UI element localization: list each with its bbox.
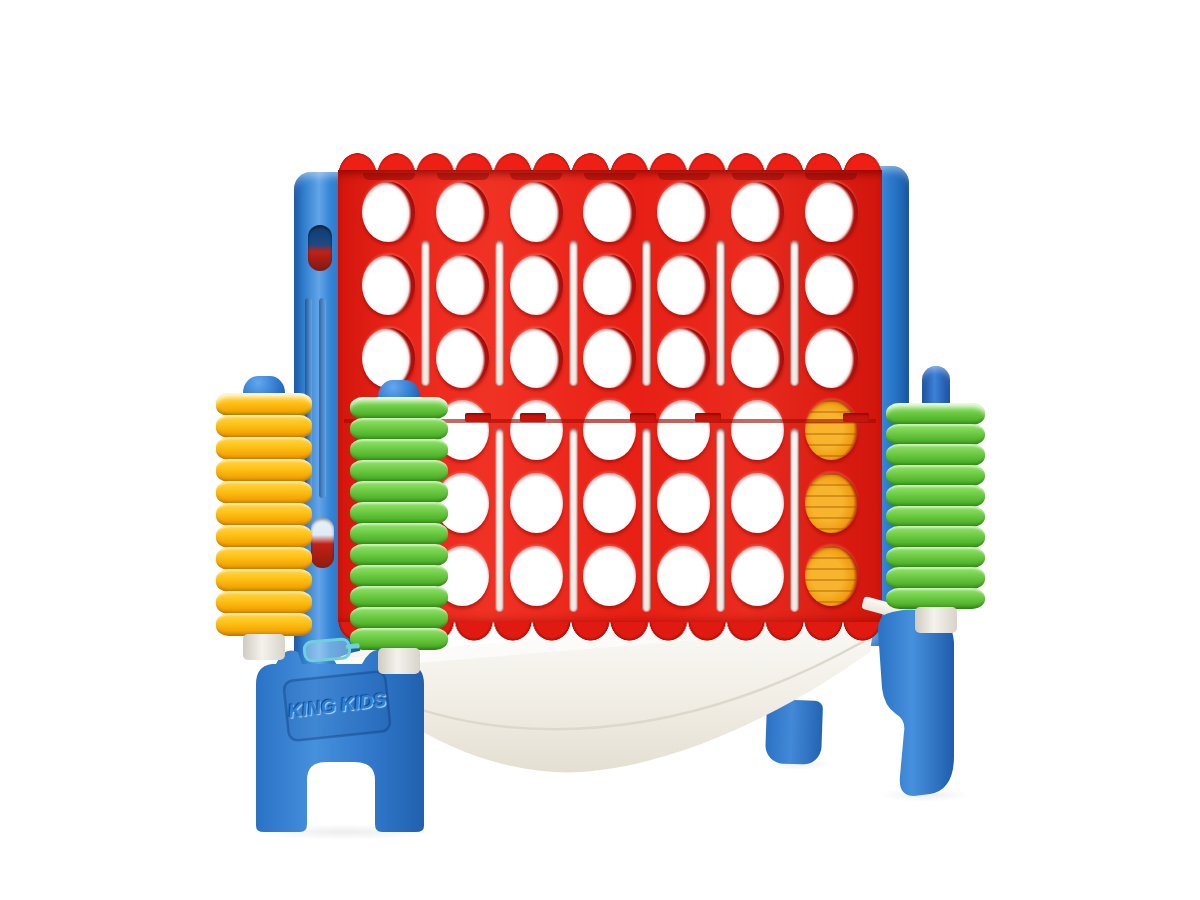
green-disc bbox=[350, 439, 448, 461]
hole-empty bbox=[436, 328, 489, 388]
drop-slot-shadow bbox=[732, 173, 784, 180]
hole-empty bbox=[362, 328, 415, 388]
board-cell-r3c5 bbox=[647, 321, 721, 394]
board-cell-r2c1 bbox=[352, 249, 426, 322]
board-cell-r4c4 bbox=[573, 394, 647, 467]
hole-empty bbox=[731, 546, 784, 606]
board-cell-r1c5 bbox=[647, 176, 721, 249]
column-slit bbox=[421, 240, 430, 386]
handle-cutout bbox=[308, 225, 332, 271]
drop-slot-shadow bbox=[510, 173, 562, 180]
board-cell-r4c3 bbox=[499, 394, 573, 467]
green-disc bbox=[350, 628, 448, 650]
column-slit bbox=[790, 428, 799, 612]
green-disc bbox=[886, 506, 985, 528]
board-cell-r3c4 bbox=[573, 321, 647, 394]
hole-empty bbox=[362, 255, 415, 315]
board-cell-r5c4 bbox=[573, 467, 647, 540]
storage-post-base bbox=[378, 648, 420, 674]
disc-stack-yellow bbox=[216, 376, 312, 660]
hole-empty bbox=[805, 182, 858, 242]
right-leg-body bbox=[878, 609, 954, 796]
hole-empty bbox=[805, 473, 858, 533]
column-slit bbox=[642, 240, 651, 386]
column-slit bbox=[716, 240, 725, 386]
board-cell-r5c6 bbox=[721, 467, 795, 540]
board-cell-r6c4 bbox=[573, 539, 647, 612]
drop-slot-shadow bbox=[584, 173, 636, 180]
board-cell-r1c6 bbox=[721, 176, 795, 249]
hole-empty bbox=[731, 473, 784, 533]
board-cell-r6c7 bbox=[794, 539, 868, 612]
product-photo-stage: KING KIDS bbox=[0, 0, 1200, 900]
yellow-disc bbox=[216, 503, 312, 526]
board-cell-r3c3 bbox=[499, 321, 573, 394]
drop-slot-shadow bbox=[437, 173, 489, 180]
green-disc bbox=[886, 424, 985, 446]
board-cell-r2c6 bbox=[721, 249, 795, 322]
hole-empty bbox=[657, 182, 710, 242]
yellow-disc bbox=[216, 393, 312, 416]
seam-tab bbox=[843, 413, 869, 422]
hole-empty bbox=[583, 328, 636, 388]
lower-cutout bbox=[311, 518, 334, 568]
green-disc bbox=[350, 397, 448, 419]
seam-tab bbox=[465, 413, 491, 422]
hole-empty bbox=[657, 255, 710, 315]
hole-empty bbox=[510, 328, 563, 388]
board-cell-r2c2 bbox=[426, 249, 500, 322]
board-cell-r5c7 bbox=[794, 467, 868, 540]
yellow-disc bbox=[216, 459, 312, 482]
board-cell-r2c7 bbox=[794, 249, 868, 322]
green-disc bbox=[886, 547, 985, 569]
board-cell-r1c2 bbox=[426, 176, 500, 249]
hole-empty bbox=[436, 182, 489, 242]
hole-empty bbox=[510, 473, 563, 533]
drop-slot-shadow bbox=[363, 173, 415, 180]
board-cell-r6c5 bbox=[647, 539, 721, 612]
seam-tab bbox=[630, 413, 656, 422]
green-disc bbox=[886, 465, 985, 487]
hole-empty bbox=[805, 255, 858, 315]
hole-empty bbox=[805, 328, 858, 388]
storage-post-base bbox=[243, 634, 285, 660]
column-slit bbox=[716, 428, 725, 612]
seam-tab bbox=[520, 413, 546, 422]
board-cell-r3c6 bbox=[721, 321, 795, 394]
hole-empty bbox=[731, 400, 784, 460]
board-cell-r6c6 bbox=[721, 539, 795, 612]
hole-empty bbox=[362, 182, 415, 242]
yellow-disc bbox=[216, 569, 312, 592]
green-disc bbox=[886, 444, 985, 466]
disc-stack-green-right bbox=[886, 366, 985, 633]
green-disc bbox=[350, 460, 448, 482]
board-cell-r3c7 bbox=[794, 321, 868, 394]
hole-empty bbox=[657, 400, 710, 460]
green-disc bbox=[350, 586, 448, 608]
seam-tab bbox=[695, 413, 721, 422]
green-disc bbox=[350, 544, 448, 566]
hole-empty bbox=[731, 255, 784, 315]
hole-empty bbox=[510, 400, 563, 460]
hole-empty bbox=[731, 328, 784, 388]
green-disc bbox=[350, 523, 448, 545]
latch-clip bbox=[302, 637, 352, 663]
drop-slot-shadow bbox=[805, 173, 857, 180]
hole-empty bbox=[583, 255, 636, 315]
hole-empty bbox=[805, 546, 858, 606]
hole-empty bbox=[583, 400, 636, 460]
yellow-disc bbox=[216, 415, 312, 438]
yellow-disc bbox=[216, 547, 312, 570]
hole-empty bbox=[805, 400, 858, 460]
board-cell-r4c7 bbox=[794, 394, 868, 467]
board-cell-r1c3 bbox=[499, 176, 573, 249]
storage-post-base bbox=[915, 607, 957, 633]
disc-stack-green-center bbox=[350, 380, 448, 674]
green-disc bbox=[886, 567, 985, 589]
column-slit bbox=[569, 428, 578, 612]
yellow-disc bbox=[216, 481, 312, 504]
green-disc bbox=[886, 403, 985, 425]
hole-empty bbox=[436, 255, 489, 315]
column-slit bbox=[642, 428, 651, 612]
board-cell-r1c4 bbox=[573, 176, 647, 249]
board-cell-r5c5 bbox=[647, 467, 721, 540]
hole-empty bbox=[583, 473, 636, 533]
hole-empty bbox=[657, 546, 710, 606]
yellow-disc bbox=[216, 591, 312, 614]
board-cell-r1c1 bbox=[352, 176, 426, 249]
green-disc bbox=[886, 485, 985, 507]
column-slit bbox=[495, 240, 504, 386]
green-disc bbox=[886, 526, 985, 548]
green-disc bbox=[350, 607, 448, 629]
yellow-disc bbox=[216, 613, 312, 636]
hole-empty bbox=[657, 328, 710, 388]
right-leg bbox=[848, 604, 960, 804]
column-slit bbox=[790, 240, 799, 386]
hole-empty bbox=[731, 182, 784, 242]
board-cell-r4c6 bbox=[721, 394, 795, 467]
green-disc bbox=[350, 565, 448, 587]
column-slit bbox=[495, 428, 504, 612]
hole-empty bbox=[583, 546, 636, 606]
green-disc bbox=[350, 502, 448, 524]
board-cell-r4c5 bbox=[647, 394, 721, 467]
hole-empty bbox=[583, 182, 636, 242]
hole-empty bbox=[510, 255, 563, 315]
hole-empty bbox=[657, 473, 710, 533]
yellow-disc bbox=[216, 525, 312, 548]
green-disc bbox=[350, 481, 448, 503]
board-cell-r6c3 bbox=[499, 539, 573, 612]
drop-slot-shadow bbox=[658, 173, 710, 180]
green-disc bbox=[350, 418, 448, 440]
board-cell-r1c7 bbox=[794, 176, 868, 249]
post-groove bbox=[319, 298, 326, 498]
board-cell-r5c3 bbox=[499, 467, 573, 540]
hole-empty bbox=[510, 182, 563, 242]
board-cell-r2c4 bbox=[573, 249, 647, 322]
board-top-scallops bbox=[338, 142, 882, 172]
hole-empty bbox=[510, 546, 563, 606]
board-cell-r2c3 bbox=[499, 249, 573, 322]
green-disc bbox=[886, 588, 985, 610]
board-cell-r2c5 bbox=[647, 249, 721, 322]
column-slit bbox=[569, 240, 578, 386]
yellow-disc bbox=[216, 437, 312, 460]
